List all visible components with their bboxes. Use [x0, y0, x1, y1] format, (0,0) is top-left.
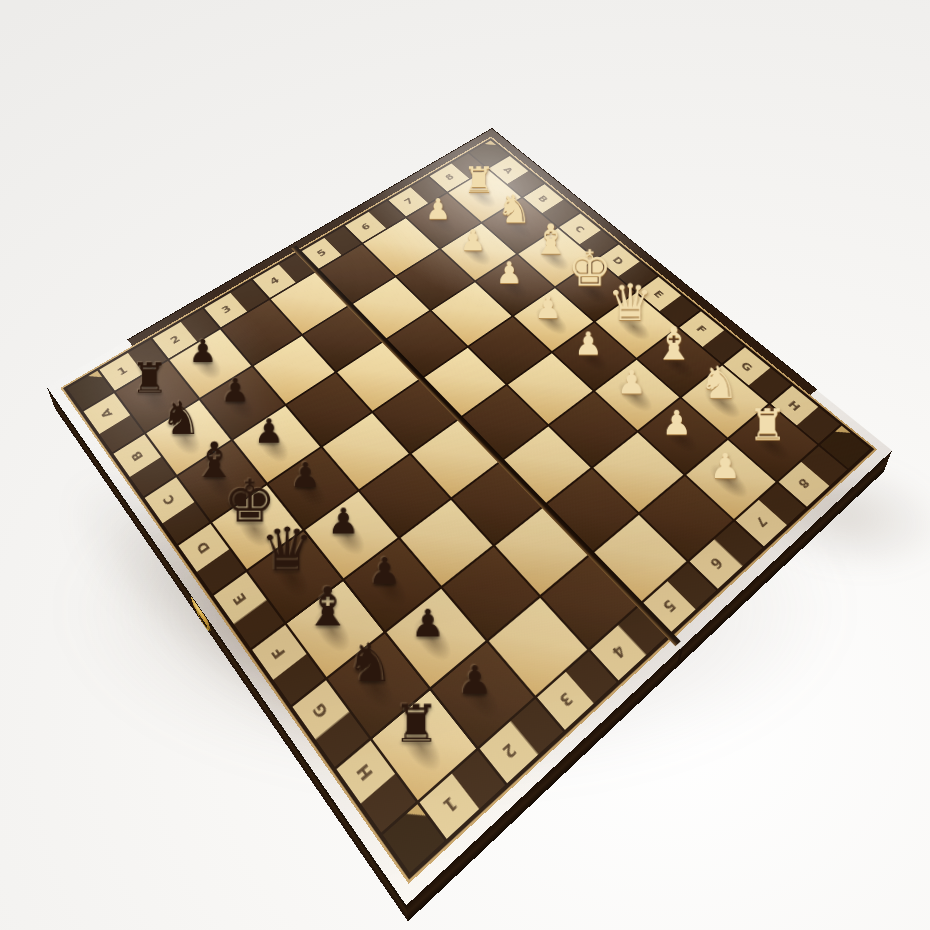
- pawn-glyph: ♟: [254, 414, 284, 448]
- rank-label-left-8-text: 8: [444, 172, 457, 181]
- file-label-top-d-text: D: [611, 255, 626, 266]
- rank-label-right-5-text: 5: [660, 598, 678, 615]
- rank-label-left-1-text: 1: [115, 365, 129, 378]
- pawn-glyph: ♟: [457, 660, 492, 700]
- light-pawn-h7[interactable]: ♟: [686, 439, 776, 519]
- file-label-top-e-text: E: [652, 288, 666, 299]
- file-label-top-a-text: A: [502, 165, 516, 174]
- pawn-glyph: ♟: [709, 449, 740, 484]
- file-label-top-h-text: H: [786, 399, 803, 413]
- rank-label-right-2-text: 2: [500, 741, 519, 762]
- file-label-top-c-text: C: [573, 224, 587, 234]
- pawn-glyph: ♟: [460, 226, 486, 255]
- board-grid: ABCDEFGH8♜♞♝♚♛♝♞♜87♟♟♟♟♟♟♟♟7665544332♟♟♟…: [60, 137, 877, 884]
- pawn-glyph: ♟: [496, 258, 523, 288]
- rank-label-left-4-text: 4: [268, 275, 281, 286]
- bishop-glyph: ♝: [532, 218, 569, 260]
- pawn-glyph: ♟: [662, 406, 692, 439]
- file-label-bottom-a-text: A: [99, 407, 116, 421]
- bishop-glyph: ♝: [653, 320, 694, 365]
- square-d4[interactable]: [374, 379, 459, 452]
- pawn-glyph: ♟: [328, 503, 360, 539]
- file-label-bottom-e-text: E: [231, 590, 249, 607]
- rank-label-right-3-text: 3: [557, 690, 576, 709]
- bishop-glyph: ♝: [303, 579, 352, 633]
- pawn-glyph: ♟: [574, 328, 602, 360]
- rook-glyph: ♜: [393, 699, 439, 751]
- rank-label-right-6-text: 6: [708, 555, 726, 571]
- rank-label-left-5-text: 5: [315, 248, 328, 259]
- rank-label-right-4-text: 4: [610, 643, 628, 661]
- file-label-top-f-text: F: [695, 323, 709, 334]
- file-label-bottom-h-text: H: [355, 761, 376, 783]
- rook-glyph: ♜: [463, 163, 495, 199]
- queen-glyph: ♛: [608, 278, 653, 329]
- knight-glyph: ♞: [699, 360, 739, 405]
- square-h7[interactable]: ♟: [686, 439, 776, 519]
- file-label-bottom-b-text: B: [129, 448, 146, 462]
- file-label-bottom-f-text: F: [270, 643, 288, 661]
- file-label-bottom-g-text: G: [311, 700, 331, 721]
- rank-label-left-3-text: 3: [219, 304, 233, 316]
- pawn-glyph: ♟: [411, 604, 445, 642]
- pawn-glyph: ♟: [425, 195, 451, 223]
- board-surface: ABCDEFGH8♜♞♝♚♛♝♞♜87♟♟♟♟♟♟♟♟7665544332♟♟♟…: [47, 129, 892, 906]
- rank-label-left-2-text: 2: [168, 334, 182, 346]
- file-label-top-b-text: B: [537, 194, 551, 204]
- pawn-glyph: ♟: [290, 457, 321, 492]
- file-label-bottom-c-text: C: [161, 493, 178, 508]
- rank-label-right-7-text: 7: [753, 515, 770, 531]
- rook-glyph: ♜: [748, 404, 786, 447]
- pawn-glyph: ♟: [221, 374, 250, 407]
- knight-glyph: ♞: [346, 636, 394, 690]
- queen-glyph: ♛: [260, 521, 314, 581]
- board-corner-a1: [67, 371, 113, 411]
- pawn-glyph: ♟: [534, 292, 562, 323]
- knight-glyph: ♞: [497, 189, 532, 228]
- rank-label-right-8-text: 8: [796, 476, 813, 491]
- rank-label-left-7-text: 7: [402, 197, 415, 207]
- rank-label-left-6-text: 6: [360, 222, 373, 232]
- file-label-top-g-text: G: [739, 360, 755, 373]
- chess-board: ABCDEFGH8♜♞♝♚♛♝♞♜87♟♟♟♟♟♟♟♟7665544332♟♟♟…: [47, 129, 892, 906]
- rank-label-right-1-text: 1: [440, 794, 459, 816]
- photo-scene: ABCDEFGH8♜♞♝♚♛♝♞♜87♟♟♟♟♟♟♟♟7665544332♟♟♟…: [160, 118, 760, 718]
- file-label-bottom-d-text: D: [195, 539, 213, 556]
- pawn-glyph: ♟: [368, 552, 401, 589]
- pawn-glyph: ♟: [617, 366, 646, 399]
- king-glyph: ♚: [568, 244, 612, 293]
- pawn-glyph: ♟: [189, 335, 218, 367]
